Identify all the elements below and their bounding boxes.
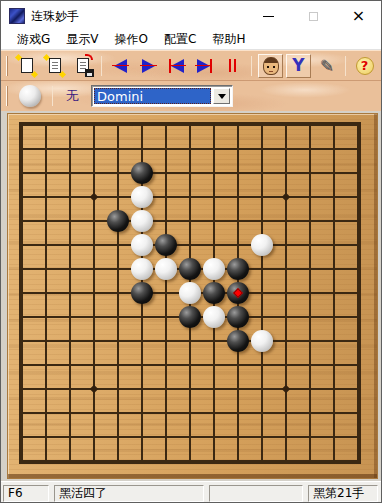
- edit-tool-icon: ✎: [320, 58, 333, 74]
- black-stone: [227, 306, 249, 328]
- toolbar-separator: [52, 86, 53, 106]
- black-stone: [179, 306, 201, 328]
- black-stone: [107, 210, 129, 232]
- menu-item-view[interactable]: 显示V: [58, 30, 106, 50]
- help-icon: ?: [356, 57, 374, 75]
- toolbar-grip[interactable]: [6, 86, 8, 106]
- options-toolbar: 无 Domini: [1, 80, 381, 111]
- white-stone: [155, 258, 177, 280]
- pause-icon: [229, 59, 236, 72]
- status-move: 黑第21手: [308, 485, 378, 502]
- toolbar-separator: [101, 56, 102, 76]
- black-stone: [227, 258, 249, 280]
- human-player-button[interactable]: [258, 54, 283, 78]
- new-game-icon: [21, 58, 33, 73]
- save-file-button[interactable]: [70, 54, 95, 78]
- sparkle-icon: [59, 70, 66, 77]
- last-move-marker: [233, 288, 243, 298]
- variation-tree-button[interactable]: Y: [286, 54, 311, 78]
- close-icon: ×: [352, 8, 365, 24]
- white-stone: [131, 186, 153, 208]
- floppy-disk-icon: [85, 69, 94, 77]
- black-stone: [227, 282, 249, 304]
- menu-item-game[interactable]: 游戏G: [9, 30, 58, 50]
- close-button[interactable]: ×: [336, 1, 381, 31]
- black-stone: [131, 282, 153, 304]
- status-extra: [209, 485, 303, 502]
- white-stone: [179, 282, 201, 304]
- edit-tool-button[interactable]: ✎: [314, 54, 339, 78]
- engine-select-value: Domini: [94, 88, 211, 104]
- title-bar: 连珠妙手 ×: [1, 1, 381, 31]
- star-point: [282, 385, 290, 393]
- engine-select[interactable]: Domini: [91, 85, 233, 107]
- white-stone-icon: [19, 85, 41, 107]
- status-bar: F6 黑活四了 黑第21手: [1, 481, 381, 503]
- menu-bar: 游戏G 显示V 操作O 配置C 帮助H: [1, 31, 381, 50]
- human-player-icon: [263, 57, 279, 75]
- new-game-button[interactable]: [14, 54, 39, 78]
- status-coordinate: F6: [3, 485, 49, 502]
- window-title: 连珠妙手: [31, 8, 79, 25]
- black-stone: [131, 162, 153, 184]
- open-file-button[interactable]: [42, 54, 67, 78]
- go-to-start-icon: [171, 59, 184, 73]
- save-arrow-icon: [85, 54, 93, 60]
- white-stone: [131, 258, 153, 280]
- status-message: 黑活四了: [54, 485, 204, 502]
- menu-item-help[interactable]: 帮助H: [204, 30, 253, 50]
- board-grid[interactable]: [21, 124, 359, 462]
- menu-item-operate[interactable]: 操作O: [107, 30, 156, 50]
- black-stone: [155, 234, 177, 256]
- black-stone: [179, 258, 201, 280]
- white-stone: [251, 234, 273, 256]
- white-stone: [203, 306, 225, 328]
- step-forward-icon: [142, 59, 155, 73]
- stone-color-button[interactable]: [15, 83, 45, 109]
- app-window: 连珠妙手 × 游戏G 显示V 操作O 配置C 帮助H: [0, 0, 382, 503]
- help-button[interactable]: ?: [352, 54, 377, 78]
- go-to-end-button[interactable]: [192, 54, 217, 78]
- step-forward-button[interactable]: [136, 54, 161, 78]
- maximize-icon: [309, 12, 318, 21]
- menu-item-config[interactable]: 配置C: [156, 30, 204, 50]
- star-point: [90, 385, 98, 393]
- star-point: [282, 193, 290, 201]
- black-stone: [227, 330, 249, 352]
- white-stone: [131, 234, 153, 256]
- minimize-button[interactable]: [246, 1, 291, 31]
- chevron-down-icon[interactable]: [213, 88, 230, 104]
- go-to-end-icon: [197, 59, 210, 73]
- step-back-button[interactable]: [108, 54, 133, 78]
- go-to-start-button[interactable]: [164, 54, 189, 78]
- board-area: [1, 111, 381, 481]
- variation-tree-icon: Y: [292, 57, 304, 74]
- app-icon: [9, 8, 25, 24]
- stone-mode-label: 无: [66, 87, 79, 105]
- white-stone: [131, 210, 153, 232]
- minimize-icon: [263, 16, 274, 17]
- toolbar-separator: [251, 56, 252, 76]
- game-board: [7, 113, 378, 479]
- white-stone: [251, 330, 273, 352]
- step-back-icon: [114, 59, 127, 73]
- sparkle-icon: [31, 70, 38, 77]
- toolbar-grip[interactable]: [6, 56, 8, 76]
- main-toolbar: Y ✎ ?: [1, 50, 381, 80]
- open-file-icon: [49, 58, 61, 73]
- pause-button[interactable]: [220, 54, 245, 78]
- star-point: [90, 193, 98, 201]
- white-stone: [203, 258, 225, 280]
- black-stone: [203, 282, 225, 304]
- maximize-button: [291, 1, 336, 31]
- toolbar-separator: [345, 56, 346, 76]
